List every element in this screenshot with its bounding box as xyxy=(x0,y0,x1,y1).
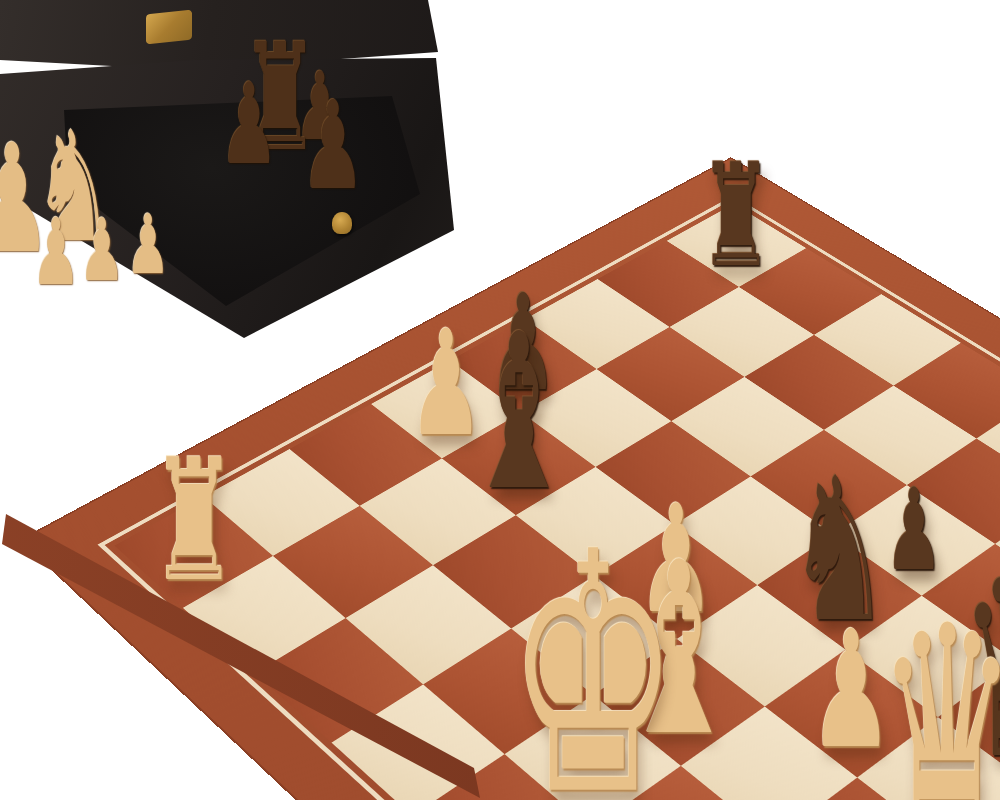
box-dark-pawn-1[interactable]: ♟ xyxy=(219,68,279,180)
product-photo-scene: { "game": "chess", "scene_description": … xyxy=(0,0,1000,800)
box-white-pawn-1[interactable]: ♟ xyxy=(31,207,80,299)
box-dark-pawn-3[interactable]: ♟ xyxy=(300,85,366,207)
piece-white-queen-g4[interactable]: ♛ xyxy=(877,590,1000,800)
storage-box: ♟♞♟♟♟♜♟♟♟ xyxy=(0,0,520,420)
piece-white-rook-a1[interactable]: ♜ xyxy=(150,437,237,605)
hinge-icon xyxy=(146,10,192,45)
box-white-pawn-2[interactable]: ♟ xyxy=(79,207,125,293)
piece-white-king-e2[interactable]: ♚ xyxy=(506,509,679,800)
box-white-pawn-3[interactable]: ♟ xyxy=(126,204,170,286)
piece-black-rook-a8[interactable]: ♜ xyxy=(699,145,773,287)
